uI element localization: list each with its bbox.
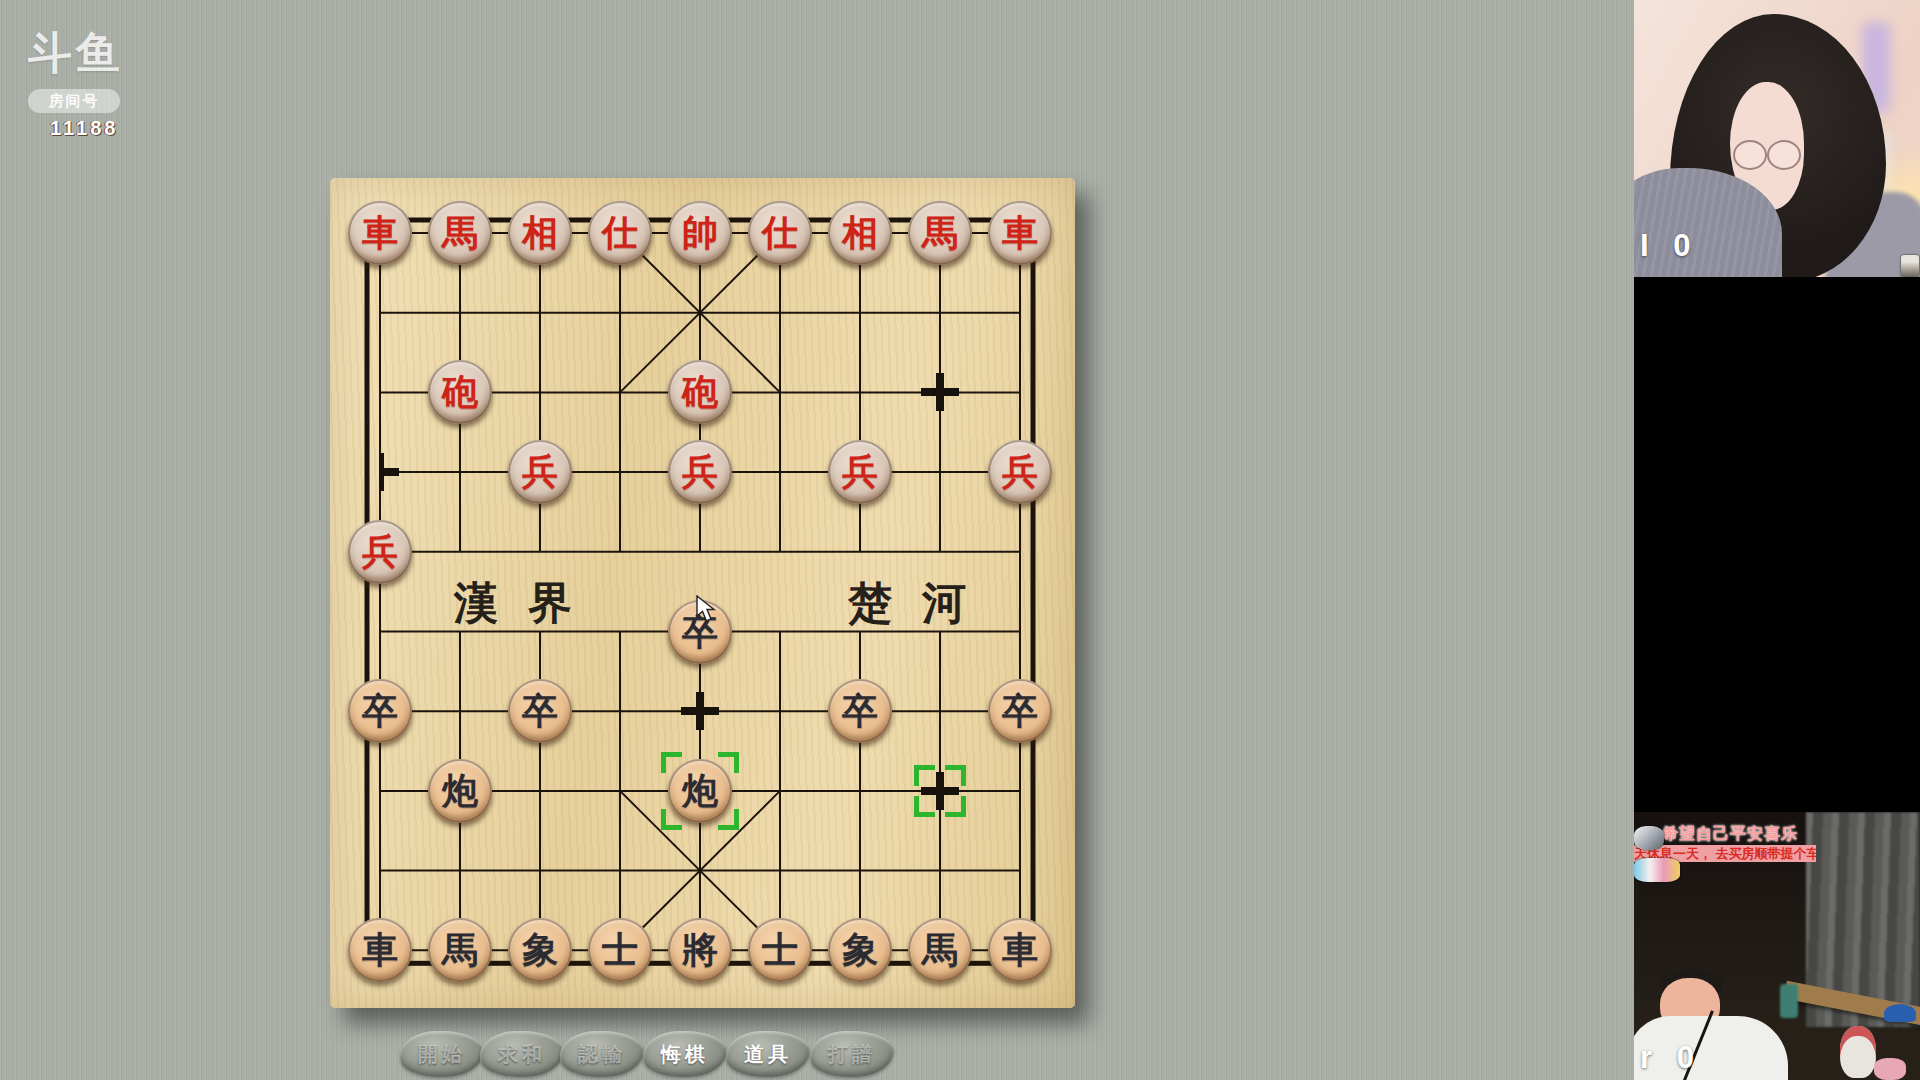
last-move-origin-marker bbox=[918, 370, 962, 414]
piece-black-卒[interactable]: 卒 bbox=[988, 679, 1052, 743]
douyu-watermark: 斗鱼 房间号 11188 bbox=[28, 24, 124, 140]
piece-black-士[interactable]: 士 bbox=[748, 918, 812, 982]
selection-corner-marker bbox=[914, 765, 966, 817]
room-label: 房间号 bbox=[49, 92, 100, 111]
last-move-origin-marker bbox=[678, 689, 722, 733]
piece-red-車[interactable]: 車 bbox=[348, 201, 412, 265]
piece-red-馬[interactable]: 馬 bbox=[428, 201, 492, 265]
piece-black-象[interactable]: 象 bbox=[828, 918, 892, 982]
record-button[interactable]: 打譜 bbox=[810, 1031, 894, 1077]
wish-text: 希望自己平安喜乐 bbox=[1662, 824, 1798, 845]
piece-red-車[interactable]: 車 bbox=[988, 201, 1052, 265]
piece-red-帥[interactable]: 帥 bbox=[668, 201, 732, 265]
piece-black-炮[interactable]: 炮 bbox=[428, 759, 492, 823]
piece-black-車[interactable]: 車 bbox=[348, 918, 412, 982]
teal-bottle bbox=[1780, 984, 1798, 1018]
top-webcam[interactable]: I 0 bbox=[1634, 0, 1920, 277]
xiangqi-board[interactable]: 漢界 楚河 車馬相仕帥仕相馬車砲砲兵兵兵兵兵卒卒卒卒卒炮炮車馬象士將士象馬車 bbox=[330, 178, 1075, 1008]
top-cam-score-text: I 0 bbox=[1640, 228, 1698, 264]
piece-red-兵[interactable]: 兵 bbox=[988, 440, 1052, 504]
glasses-left-lens bbox=[1733, 140, 1767, 170]
bottom-cam-score-text: r 0 bbox=[1640, 1040, 1702, 1076]
piece-black-象[interactable]: 象 bbox=[508, 918, 572, 982]
piece-red-兵[interactable]: 兵 bbox=[668, 440, 732, 504]
piece-black-馬[interactable]: 馬 bbox=[908, 918, 972, 982]
webcam-panel: I 0 希望自己平安喜乐 天休息一天， 去买房顺带提个车 r 0 bbox=[1634, 0, 1920, 1080]
river-label-chuhe: 楚河 bbox=[848, 574, 996, 633]
mouse-cursor bbox=[695, 595, 721, 627]
items-button[interactable]: 道具 bbox=[726, 1031, 810, 1077]
black-divider bbox=[1634, 277, 1920, 812]
piece-red-相[interactable]: 相 bbox=[508, 201, 572, 265]
piece-black-馬[interactable]: 馬 bbox=[428, 918, 492, 982]
start-button[interactable]: 開始 bbox=[400, 1031, 484, 1077]
blue-cap bbox=[1884, 1004, 1916, 1022]
piece-black-炮[interactable]: 炮 bbox=[668, 759, 732, 823]
douyu-logo: 斗鱼 bbox=[28, 24, 124, 83]
piece-red-馬[interactable]: 馬 bbox=[908, 201, 972, 265]
piece-red-兵[interactable]: 兵 bbox=[348, 520, 412, 584]
piece-red-兵[interactable]: 兵 bbox=[508, 440, 572, 504]
undo-button[interactable]: 悔棋 bbox=[643, 1031, 727, 1077]
glasses-right-lens bbox=[1767, 140, 1801, 170]
graffiti-sticker-color bbox=[1634, 858, 1680, 882]
resign-button[interactable]: 認輸 bbox=[560, 1031, 644, 1077]
piece-red-兵[interactable]: 兵 bbox=[828, 440, 892, 504]
stream-main-area: 斗鱼 房间号 11188 漢界 楚河 車馬相仕帥仕相馬車砲砲兵兵兵兵兵卒卒卒卒卒… bbox=[0, 0, 1634, 1080]
river-label-hanjie: 漢界 bbox=[454, 574, 602, 633]
pink-plush bbox=[1874, 1058, 1906, 1080]
piece-black-卒[interactable]: 卒 bbox=[348, 679, 412, 743]
piece-black-卒[interactable]: 卒 bbox=[828, 679, 892, 743]
draw-button[interactable]: 求和 bbox=[480, 1031, 564, 1077]
piece-red-砲[interactable]: 砲 bbox=[668, 360, 732, 424]
piece-red-仕[interactable]: 仕 bbox=[748, 201, 812, 265]
piece-red-仕[interactable]: 仕 bbox=[588, 201, 652, 265]
bottom-webcam[interactable]: 希望自己平安喜乐 天休息一天， 去买房顺带提个车 r 0 bbox=[1634, 812, 1920, 1080]
room-number: 11188 bbox=[50, 117, 124, 140]
piece-red-砲[interactable]: 砲 bbox=[428, 360, 492, 424]
piece-black-卒[interactable]: 卒 bbox=[508, 679, 572, 743]
piece-black-將[interactable]: 將 bbox=[668, 918, 732, 982]
piece-black-車[interactable]: 車 bbox=[988, 918, 1052, 982]
piece-black-士[interactable]: 士 bbox=[588, 918, 652, 982]
emote-sticker bbox=[1901, 255, 1919, 277]
graffiti-sticker-silver bbox=[1634, 826, 1664, 850]
bear-figurine bbox=[1840, 1026, 1876, 1078]
last-move-origin-marker bbox=[358, 450, 402, 494]
room-label-badge: 房间号 bbox=[28, 89, 120, 113]
piece-red-相[interactable]: 相 bbox=[828, 201, 892, 265]
